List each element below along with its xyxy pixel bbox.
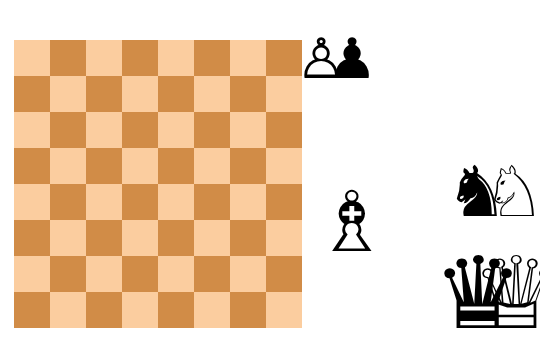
piece-palette: ♙♟♗♞♘♛♕ <box>0 0 540 357</box>
white-queen-palette-piece[interactable]: ♕ <box>471 244 540 344</box>
chess-board-editor: ♙♟♗♞♘♛♕ <box>0 0 540 357</box>
white-bishop-palette-piece[interactable]: ♗ <box>314 180 389 264</box>
white-knight-palette-piece[interactable]: ♘ <box>483 157 540 227</box>
black-pawn-palette-piece[interactable]: ♟ <box>327 31 377 87</box>
